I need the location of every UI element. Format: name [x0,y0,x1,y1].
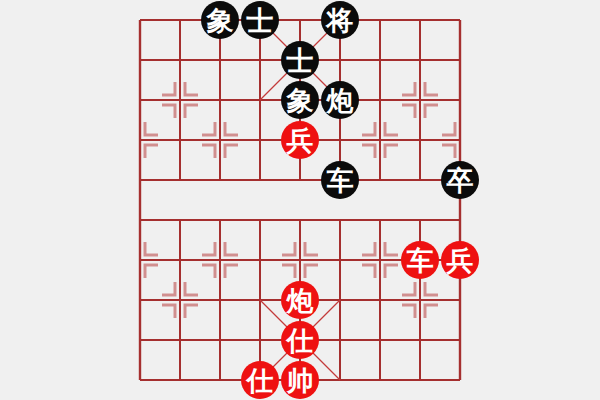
black-advisor-1-glyph: 士 [247,7,274,34]
red-general-glyph: 帅 [287,367,314,394]
black-cannon[interactable]: 炮 [321,81,359,119]
red-cannon[interactable]: 炮 [281,281,319,319]
black-elephant-1[interactable]: 象 [201,1,239,39]
red-advisor-1[interactable]: 仕 [281,321,319,359]
red-general[interactable]: 帅 [281,361,319,399]
red-chariot[interactable]: 车 [401,241,439,279]
black-advisor-2[interactable]: 士 [281,41,319,79]
black-soldier-glyph: 卒 [447,167,474,194]
black-chariot-glyph: 车 [327,167,354,194]
red-soldier-2[interactable]: 兵 [441,241,479,279]
xiangqi-screen: 象士将士象炮兵车卒车兵炮仕仕帅 [0,0,600,400]
red-soldier-1[interactable]: 兵 [281,121,319,159]
black-soldier[interactable]: 卒 [441,161,479,199]
black-elephant-1-glyph: 象 [207,7,234,34]
red-chariot-glyph: 车 [407,247,434,274]
black-cannon-glyph: 炮 [327,87,354,114]
red-advisor-2[interactable]: 仕 [241,361,279,399]
black-general[interactable]: 将 [321,1,359,39]
black-advisor-1[interactable]: 士 [241,1,279,39]
red-soldier-2-glyph: 兵 [447,247,474,274]
black-general-glyph: 将 [327,7,354,34]
red-soldier-1-glyph: 兵 [287,127,314,154]
red-cannon-glyph: 炮 [287,287,314,314]
black-advisor-2-glyph: 士 [287,47,314,74]
red-advisor-1-glyph: 仕 [287,327,314,354]
black-elephant-2-glyph: 象 [287,87,314,114]
black-chariot[interactable]: 车 [321,161,359,199]
black-elephant-2[interactable]: 象 [281,81,319,119]
red-advisor-2-glyph: 仕 [247,367,274,394]
